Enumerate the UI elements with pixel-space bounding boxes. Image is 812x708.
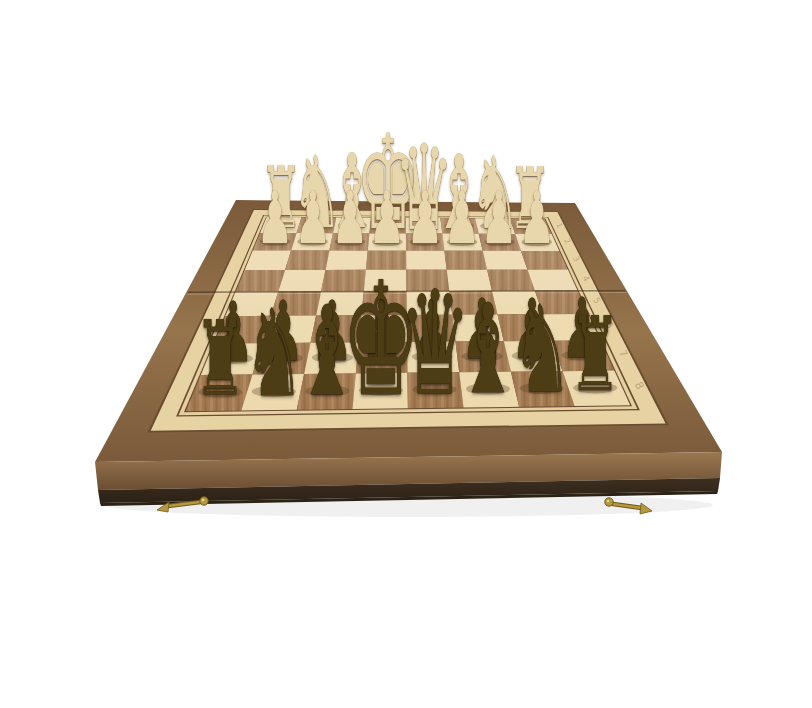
piece-shadow — [372, 238, 403, 246]
piece-shadow — [562, 350, 603, 361]
piece-shadow — [516, 222, 545, 230]
piece-shadow — [466, 383, 510, 394]
piece-shadow — [312, 352, 353, 363]
piece-shadow — [297, 238, 328, 246]
piece-shadow — [305, 385, 349, 396]
piece-shadow — [267, 221, 296, 229]
piece-shadow — [445, 222, 474, 230]
piece-shadow — [302, 221, 331, 229]
piece-shadow — [413, 384, 457, 395]
piece-shadow — [409, 222, 438, 230]
chess-set-photo: 12345678 ♜♞♝♚♛♝♞♜♟♟♟♟♟♟♟♟♟♟♟♟♟♟♟♟♜♞♝♚♛♝♞… — [0, 0, 812, 708]
piece-shadow — [362, 352, 403, 363]
piece-shadow — [573, 382, 617, 393]
board-svg: 12345678 — [0, 0, 812, 708]
piece-shadow — [359, 385, 403, 396]
piece-shadow — [484, 238, 515, 246]
piece-shadow — [447, 238, 478, 246]
piece-shadow — [521, 238, 552, 246]
piece-shadow — [335, 238, 366, 246]
piece-shadow — [409, 238, 440, 246]
piece-shadow — [212, 353, 253, 364]
piece-shadow — [480, 222, 509, 230]
piece-shadow — [198, 386, 242, 397]
piece-shadow — [462, 351, 503, 362]
piece-shadow — [512, 350, 553, 361]
piece-shadow — [260, 238, 291, 246]
piece-shadow — [252, 386, 296, 397]
piece-shadow — [520, 383, 564, 394]
piece-shadow — [373, 222, 402, 230]
piece-shadow — [262, 353, 303, 364]
piece-shadow — [412, 351, 453, 362]
piece-shadow — [338, 222, 367, 230]
